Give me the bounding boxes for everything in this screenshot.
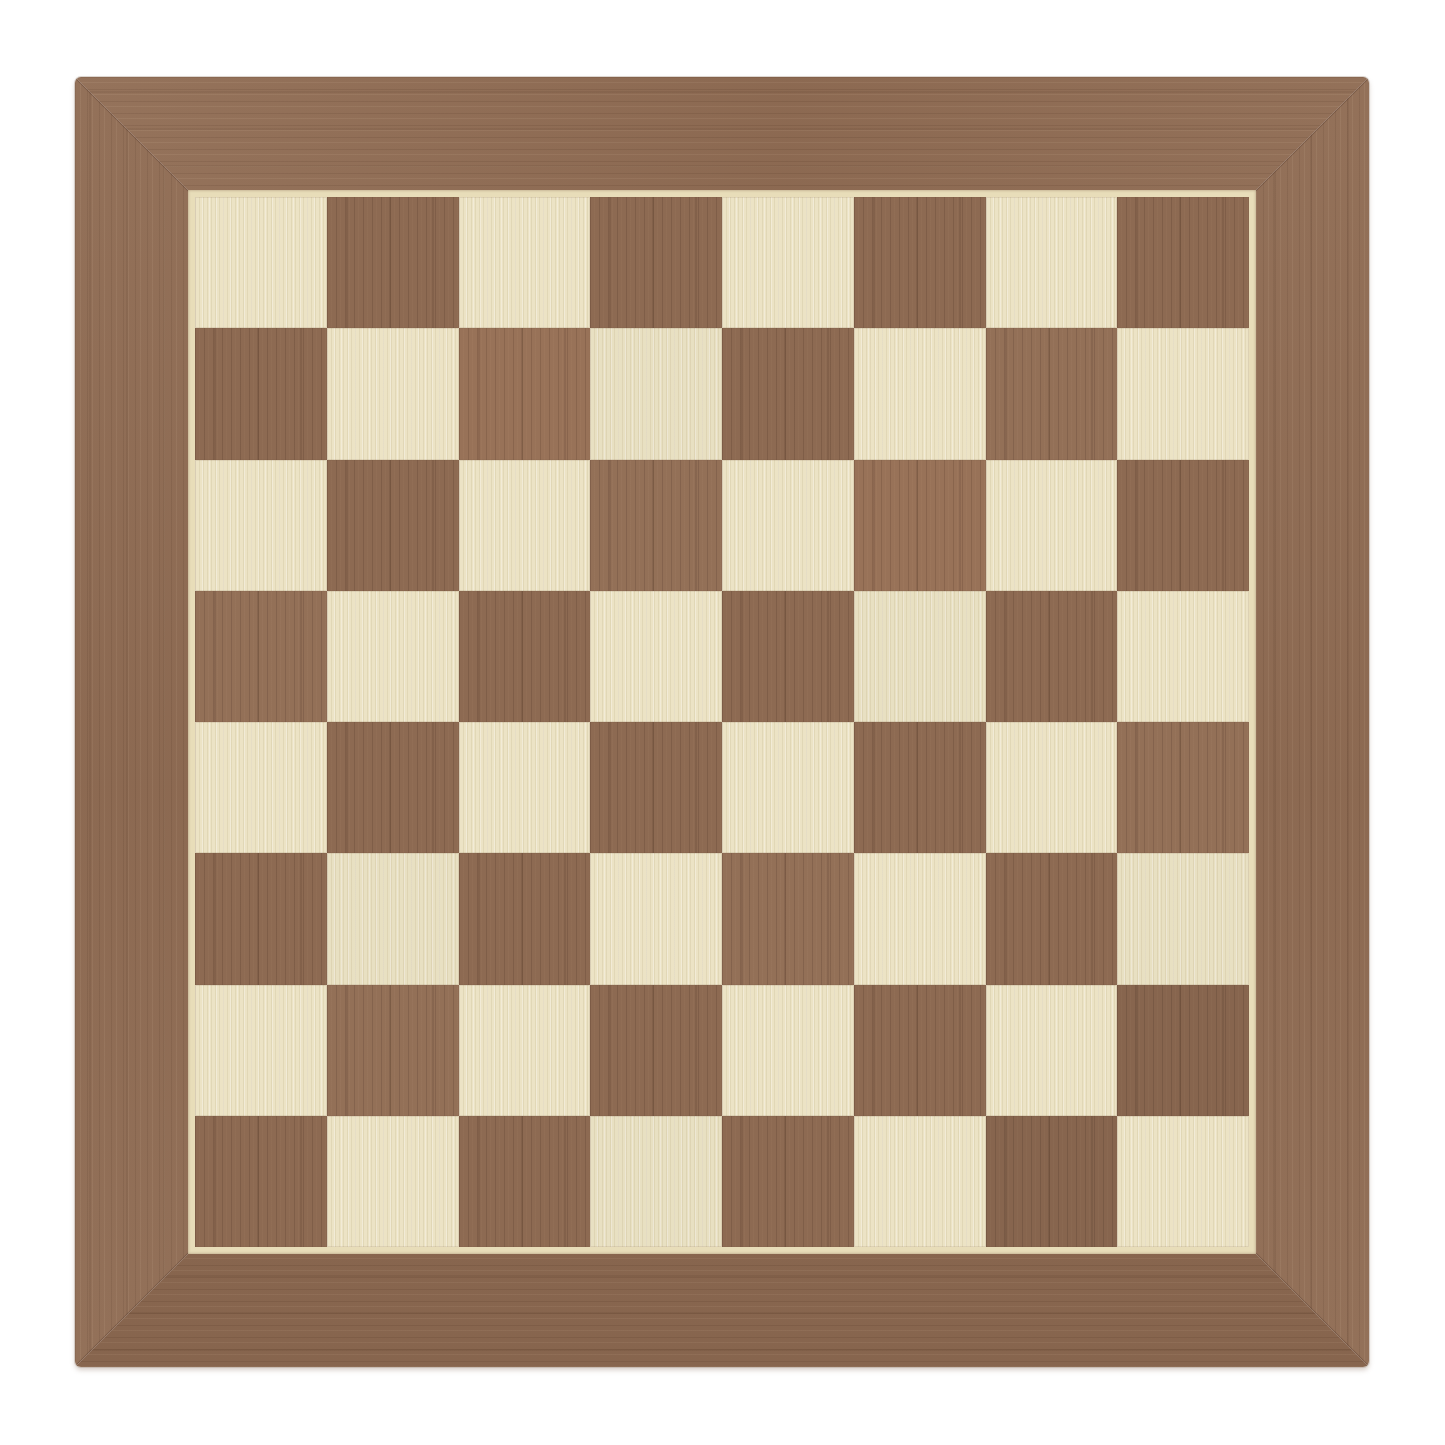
square-h1[interactable] (1117, 1116, 1249, 1247)
square-h2[interactable] (1117, 985, 1249, 1116)
square-g8[interactable] (986, 197, 1118, 328)
square-a3[interactable] (195, 853, 327, 984)
square-e8[interactable] (722, 197, 854, 328)
square-f5[interactable] (854, 591, 986, 722)
square-e3[interactable] (722, 853, 854, 984)
square-h5[interactable] (1117, 591, 1249, 722)
square-f6[interactable] (854, 460, 986, 591)
square-h6[interactable] (1117, 460, 1249, 591)
square-d1[interactable] (590, 1116, 722, 1247)
square-b3[interactable] (327, 853, 459, 984)
square-d8[interactable] (590, 197, 722, 328)
square-c4[interactable] (459, 722, 591, 853)
square-c5[interactable] (459, 591, 591, 722)
square-f3[interactable] (854, 853, 986, 984)
square-d3[interactable] (590, 853, 722, 984)
square-e1[interactable] (722, 1116, 854, 1247)
square-e5[interactable] (722, 591, 854, 722)
square-c6[interactable] (459, 460, 591, 591)
square-h8[interactable] (1117, 197, 1249, 328)
square-e7[interactable] (722, 328, 854, 459)
square-b6[interactable] (327, 460, 459, 591)
square-g5[interactable] (986, 591, 1118, 722)
square-c2[interactable] (459, 985, 591, 1116)
square-a6[interactable] (195, 460, 327, 591)
square-h4[interactable] (1117, 722, 1249, 853)
square-d5[interactable] (590, 591, 722, 722)
square-b2[interactable] (327, 985, 459, 1116)
square-f8[interactable] (854, 197, 986, 328)
square-g2[interactable] (986, 985, 1118, 1116)
square-d4[interactable] (590, 722, 722, 853)
square-d6[interactable] (590, 460, 722, 591)
square-e6[interactable] (722, 460, 854, 591)
square-d2[interactable] (590, 985, 722, 1116)
square-b5[interactable] (327, 591, 459, 722)
square-f1[interactable] (854, 1116, 986, 1247)
square-a5[interactable] (195, 591, 327, 722)
square-f4[interactable] (854, 722, 986, 853)
square-h3[interactable] (1117, 853, 1249, 984)
square-f7[interactable] (854, 328, 986, 459)
square-f2[interactable] (854, 985, 986, 1116)
square-b8[interactable] (327, 197, 459, 328)
square-e2[interactable] (722, 985, 854, 1116)
square-g1[interactable] (986, 1116, 1118, 1247)
square-a4[interactable] (195, 722, 327, 853)
square-b7[interactable] (327, 328, 459, 459)
page-background (0, 0, 1445, 1445)
square-e4[interactable] (722, 722, 854, 853)
square-g7[interactable] (986, 328, 1118, 459)
square-g6[interactable] (986, 460, 1118, 591)
square-c7[interactable] (459, 328, 591, 459)
square-g3[interactable] (986, 853, 1118, 984)
board-inner-maple-border (188, 190, 1256, 1254)
square-a2[interactable] (195, 985, 327, 1116)
square-d7[interactable] (590, 328, 722, 459)
square-a7[interactable] (195, 328, 327, 459)
square-a8[interactable] (195, 197, 327, 328)
square-b4[interactable] (327, 722, 459, 853)
square-g4[interactable] (986, 722, 1118, 853)
square-c3[interactable] (459, 853, 591, 984)
square-c1[interactable] (459, 1116, 591, 1247)
board-grid (195, 197, 1249, 1247)
square-h7[interactable] (1117, 328, 1249, 459)
chess-board (75, 77, 1369, 1367)
square-a1[interactable] (195, 1116, 327, 1247)
square-c8[interactable] (459, 197, 591, 328)
square-b1[interactable] (327, 1116, 459, 1247)
